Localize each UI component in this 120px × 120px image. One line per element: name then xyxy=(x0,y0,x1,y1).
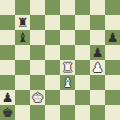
square-d8[interactable] xyxy=(45,0,60,15)
chess-board: ♜♝♟♟♜♟♝♟♚♚ xyxy=(0,0,120,120)
black-rook[interactable]: ♜ xyxy=(17,15,29,30)
black-bishop[interactable]: ♝ xyxy=(17,30,29,45)
square-b5[interactable] xyxy=(15,45,30,60)
square-f1[interactable] xyxy=(75,105,90,120)
square-g7[interactable] xyxy=(90,15,105,30)
black-pawn[interactable]: ♟ xyxy=(2,90,14,105)
square-a4[interactable] xyxy=(0,60,15,75)
square-d1[interactable] xyxy=(45,105,60,120)
square-e3[interactable]: ♝ xyxy=(60,75,75,90)
square-h5[interactable] xyxy=(105,45,120,60)
square-e1[interactable] xyxy=(60,105,75,120)
square-c1[interactable] xyxy=(30,105,45,120)
square-d4[interactable] xyxy=(45,60,60,75)
square-a1[interactable]: ♚ xyxy=(0,105,15,120)
square-f8[interactable] xyxy=(75,0,90,15)
square-g1[interactable] xyxy=(90,105,105,120)
square-c7[interactable] xyxy=(30,15,45,30)
square-f6[interactable] xyxy=(75,30,90,45)
square-c5[interactable] xyxy=(30,45,45,60)
square-a7[interactable] xyxy=(0,15,15,30)
square-b3[interactable] xyxy=(15,75,30,90)
square-h6[interactable]: ♟ xyxy=(105,30,120,45)
square-h3[interactable] xyxy=(105,75,120,90)
square-a6[interactable] xyxy=(0,30,15,45)
square-h4[interactable] xyxy=(105,60,120,75)
square-b1[interactable] xyxy=(15,105,30,120)
square-b8[interactable] xyxy=(15,0,30,15)
square-f4[interactable] xyxy=(75,60,90,75)
square-a5[interactable] xyxy=(0,45,15,60)
square-h2[interactable] xyxy=(105,90,120,105)
square-g5[interactable]: ♟ xyxy=(90,45,105,60)
square-b7[interactable]: ♜ xyxy=(15,15,30,30)
white-rook[interactable]: ♜ xyxy=(62,60,74,75)
square-d7[interactable] xyxy=(45,15,60,30)
square-e4[interactable]: ♜ xyxy=(60,60,75,75)
square-e8[interactable] xyxy=(60,0,75,15)
square-d3[interactable] xyxy=(45,75,60,90)
square-d2[interactable] xyxy=(45,90,60,105)
square-c2[interactable]: ♚ xyxy=(30,90,45,105)
square-e7[interactable] xyxy=(60,15,75,30)
square-a2[interactable]: ♟ xyxy=(0,90,15,105)
square-c3[interactable] xyxy=(30,75,45,90)
square-c8[interactable] xyxy=(30,0,45,15)
square-g3[interactable] xyxy=(90,75,105,90)
black-pawn[interactable]: ♟ xyxy=(107,30,119,45)
square-g6[interactable] xyxy=(90,30,105,45)
square-h7[interactable] xyxy=(105,15,120,30)
white-pawn[interactable]: ♟ xyxy=(92,60,104,75)
black-king[interactable]: ♚ xyxy=(2,105,14,120)
square-a3[interactable] xyxy=(0,75,15,90)
square-a8[interactable] xyxy=(0,0,15,15)
square-e5[interactable] xyxy=(60,45,75,60)
square-d5[interactable] xyxy=(45,45,60,60)
square-g4[interactable]: ♟ xyxy=(90,60,105,75)
square-h8[interactable] xyxy=(105,0,120,15)
square-b6[interactable]: ♝ xyxy=(15,30,30,45)
square-b4[interactable] xyxy=(15,60,30,75)
square-g8[interactable] xyxy=(90,0,105,15)
black-pawn[interactable]: ♟ xyxy=(92,45,104,60)
square-e6[interactable] xyxy=(60,30,75,45)
white-bishop[interactable]: ♝ xyxy=(62,75,74,90)
square-d6[interactable] xyxy=(45,30,60,45)
square-f5[interactable] xyxy=(75,45,90,60)
square-f3[interactable] xyxy=(75,75,90,90)
square-e2[interactable] xyxy=(60,90,75,105)
square-f2[interactable] xyxy=(75,90,90,105)
square-h1[interactable] xyxy=(105,105,120,120)
square-c4[interactable] xyxy=(30,60,45,75)
square-g2[interactable] xyxy=(90,90,105,105)
square-b2[interactable] xyxy=(15,90,30,105)
white-king[interactable]: ♚ xyxy=(32,90,44,105)
square-c6[interactable] xyxy=(30,30,45,45)
square-f7[interactable] xyxy=(75,15,90,30)
